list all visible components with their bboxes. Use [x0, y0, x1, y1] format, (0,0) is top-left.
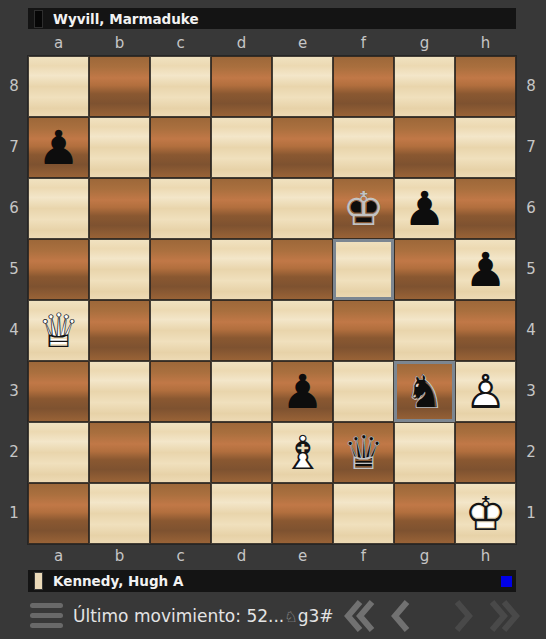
black-king: ♚♔	[333, 178, 394, 239]
square-h8[interactable]	[455, 56, 516, 117]
square-h4[interactable]	[455, 300, 516, 361]
square-f5[interactable]	[333, 239, 394, 300]
file-label-d: d	[211, 546, 272, 566]
file-label-f: f	[333, 546, 394, 566]
rank-label-2: 2	[516, 422, 546, 483]
square-d6[interactable]	[211, 178, 272, 239]
square-c4[interactable]	[150, 300, 211, 361]
last-move-button[interactable]	[486, 598, 520, 634]
rank-labels-right: 87654321	[516, 56, 546, 544]
square-a2[interactable]	[28, 422, 89, 483]
black-pawn: ♟	[28, 117, 89, 178]
square-e2[interactable]: ♝♗	[272, 422, 333, 483]
file-label-b: b	[89, 33, 150, 53]
square-e7[interactable]	[272, 117, 333, 178]
square-c6[interactable]	[150, 178, 211, 239]
file-label-e: e	[272, 546, 333, 566]
rank-label-1: 1	[516, 483, 546, 544]
square-e4[interactable]	[272, 300, 333, 361]
rank-label-1: 1	[0, 483, 28, 544]
file-label-e: e	[272, 33, 333, 53]
square-g8[interactable]	[394, 56, 455, 117]
square-g6[interactable]: ♟	[394, 178, 455, 239]
file-label-d: d	[211, 33, 272, 53]
rank-label-5: 5	[0, 239, 28, 300]
square-e3[interactable]: ♟	[272, 361, 333, 422]
white-pawn: ♟♙	[455, 361, 516, 422]
file-label-f: f	[333, 33, 394, 53]
square-b5[interactable]	[89, 239, 150, 300]
move-navigation	[344, 598, 520, 634]
last-move-text: Último movimiento: 52...♘g3#	[73, 606, 334, 626]
square-b3[interactable]	[89, 361, 150, 422]
black-queen: ♛♕	[333, 422, 394, 483]
square-a6[interactable]	[28, 178, 89, 239]
black-pawn: ♟	[394, 178, 455, 239]
rank-label-8: 8	[0, 56, 28, 117]
square-d7[interactable]	[211, 117, 272, 178]
square-h7[interactable]	[455, 117, 516, 178]
square-d3[interactable]	[211, 361, 272, 422]
square-h2[interactable]	[455, 422, 516, 483]
square-h6[interactable]	[455, 178, 516, 239]
square-f2[interactable]: ♛♕	[333, 422, 394, 483]
rank-label-3: 3	[516, 361, 546, 422]
square-c2[interactable]	[150, 422, 211, 483]
square-c7[interactable]	[150, 117, 211, 178]
white-king: ♚♔	[455, 483, 516, 544]
file-label-g: g	[394, 546, 455, 566]
file-labels-bottom: abcdefgh	[28, 546, 516, 566]
file-label-a: a	[28, 33, 89, 53]
square-a7[interactable]: ♟	[28, 117, 89, 178]
square-b1[interactable]	[89, 483, 150, 544]
square-d2[interactable]	[211, 422, 272, 483]
file-label-c: c	[150, 546, 211, 566]
square-g5[interactable]	[394, 239, 455, 300]
square-b4[interactable]	[89, 300, 150, 361]
square-a1[interactable]	[28, 483, 89, 544]
rank-labels-left: 87654321	[0, 56, 28, 544]
square-h1[interactable]: ♚♔	[455, 483, 516, 544]
square-f7[interactable]	[333, 117, 394, 178]
black-pawn: ♟	[455, 239, 516, 300]
rank-label-8: 8	[516, 56, 546, 117]
rank-label-7: 7	[516, 117, 546, 178]
square-g2[interactable]	[394, 422, 455, 483]
black-pawn: ♟	[272, 361, 333, 422]
square-e6[interactable]	[272, 178, 333, 239]
first-move-button[interactable]	[344, 598, 378, 634]
square-f1[interactable]	[333, 483, 394, 544]
square-e5[interactable]	[272, 239, 333, 300]
menu-icon[interactable]	[30, 603, 63, 628]
previous-move-button[interactable]	[390, 598, 412, 634]
white-queen: ♛♕	[28, 300, 89, 361]
square-d8[interactable]	[211, 56, 272, 117]
knight-icon: ♘	[284, 608, 297, 626]
file-label-c: c	[150, 33, 211, 53]
file-label-h: h	[455, 546, 516, 566]
square-f4[interactable]	[333, 300, 394, 361]
file-labels-top: abcdefgh	[28, 33, 516, 53]
turn-indicator	[501, 576, 512, 587]
rank-label-6: 6	[516, 178, 546, 239]
bottom-toolbar: Último movimiento: 52...♘g3#	[0, 592, 546, 639]
square-f8[interactable]	[333, 56, 394, 117]
file-label-a: a	[28, 546, 89, 566]
square-c8[interactable]	[150, 56, 211, 117]
square-h5[interactable]: ♟	[455, 239, 516, 300]
rank-label-4: 4	[0, 300, 28, 361]
square-f3[interactable]	[333, 361, 394, 422]
square-b2[interactable]	[89, 422, 150, 483]
square-d4[interactable]	[211, 300, 272, 361]
rank-label-4: 4	[516, 300, 546, 361]
square-d5[interactable]	[211, 239, 272, 300]
file-label-b: b	[89, 546, 150, 566]
square-h3[interactable]: ♟♙	[455, 361, 516, 422]
square-b6[interactable]	[89, 178, 150, 239]
file-label-g: g	[394, 33, 455, 53]
square-g4[interactable]	[394, 300, 455, 361]
square-a3[interactable]	[28, 361, 89, 422]
square-d1[interactable]	[211, 483, 272, 544]
next-move-button[interactable]	[452, 598, 474, 634]
top-player-bar: Wyvill, Marmaduke	[28, 8, 516, 29]
file-label-h: h	[455, 33, 516, 53]
white-side-icon	[34, 572, 43, 590]
rank-label-2: 2	[0, 422, 28, 483]
black-knight: ♞♘	[394, 361, 455, 422]
square-g3[interactable]: ♞♘	[394, 361, 455, 422]
square-c5[interactable]	[150, 239, 211, 300]
square-f6[interactable]: ♚♔	[333, 178, 394, 239]
square-b8[interactable]	[89, 56, 150, 117]
last-move-suffix: g3#	[298, 606, 334, 626]
last-move-prefix: Último movimiento: 52...	[73, 606, 284, 626]
square-c1[interactable]	[150, 483, 211, 544]
square-e1[interactable]	[272, 483, 333, 544]
black-side-icon	[34, 10, 43, 28]
square-a8[interactable]	[28, 56, 89, 117]
rank-label-5: 5	[516, 239, 546, 300]
square-a4[interactable]: ♛♕	[28, 300, 89, 361]
bottom-player-name: Kennedy, Hugh A	[53, 573, 183, 589]
bottom-player-bar: Kennedy, Hugh A	[28, 570, 516, 592]
top-player-name: Wyvill, Marmaduke	[53, 11, 199, 27]
chess-app: Wyvill, Marmaduke abcdefgh 87654321 8765…	[0, 0, 546, 639]
chess-board: ♟♚♔♟♟♛♕♟♞♘♟♙♝♗♛♕♚♔	[28, 56, 516, 544]
square-g1[interactable]	[394, 483, 455, 544]
white-bishop: ♝♗	[272, 422, 333, 483]
square-g7[interactable]	[394, 117, 455, 178]
rank-label-7: 7	[0, 117, 28, 178]
square-a5[interactable]	[28, 239, 89, 300]
square-c3[interactable]	[150, 361, 211, 422]
rank-label-3: 3	[0, 361, 28, 422]
square-b7[interactable]	[89, 117, 150, 178]
rank-label-6: 6	[0, 178, 28, 239]
square-e8[interactable]	[272, 56, 333, 117]
